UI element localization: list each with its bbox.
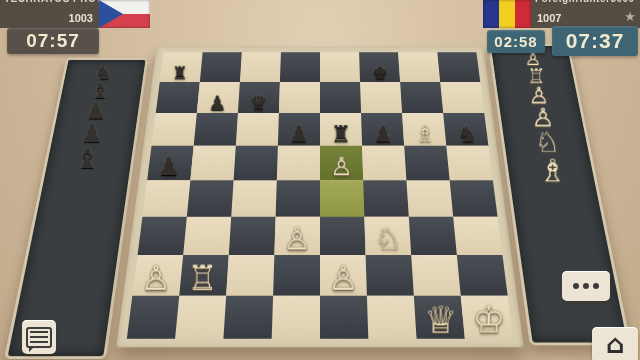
square-a7[interactable] xyxy=(156,82,200,113)
square-c6[interactable] xyxy=(236,113,279,146)
square-a5[interactable]: ♟ xyxy=(147,146,194,181)
piece-white-pawn[interactable]: ♙ xyxy=(320,155,363,180)
square-c1[interactable] xyxy=(223,296,273,339)
square-d6[interactable]: ♟ xyxy=(278,113,320,146)
square-a3[interactable] xyxy=(138,217,187,255)
square-b6[interactable] xyxy=(194,113,238,146)
more-options-button[interactable] xyxy=(562,271,610,301)
player-panel-left: TECHRATOS PROTO 1003 xyxy=(0,0,99,28)
square-h4[interactable] xyxy=(450,180,498,216)
chess-board: ♜♚♟♛♟♜♟♗♞♟♙♙♘♙♖♙♕♔ xyxy=(127,52,513,338)
piece-black-rook[interactable]: ♜ xyxy=(320,123,362,145)
square-c5[interactable] xyxy=(234,146,278,181)
square-d1[interactable] xyxy=(272,296,320,339)
player-rating-right: 1007 xyxy=(537,12,561,24)
piece-black-pawn[interactable]: ♟ xyxy=(278,123,320,145)
square-e8[interactable] xyxy=(320,52,360,82)
square-c4[interactable] xyxy=(231,180,277,216)
square-b1[interactable] xyxy=(175,296,226,339)
captured-white-bishop: ♗ xyxy=(539,155,567,186)
piece-white-rook[interactable]: ♖ xyxy=(179,261,226,295)
square-e6[interactable]: ♜ xyxy=(320,113,362,146)
player-name-left: TECHRATOS PROTO xyxy=(4,0,99,4)
piece-white-king[interactable]: ♔ xyxy=(465,301,513,338)
square-f8[interactable]: ♚ xyxy=(359,52,400,82)
square-e3[interactable] xyxy=(320,217,366,255)
square-a1[interactable] xyxy=(127,296,179,339)
square-a4[interactable] xyxy=(142,180,190,216)
piece-white-pawn[interactable]: ♙ xyxy=(133,261,180,295)
square-c8[interactable] xyxy=(240,52,281,82)
square-b7[interactable]: ♟ xyxy=(197,82,240,113)
square-h1[interactable]: ♔ xyxy=(461,296,513,339)
square-d8[interactable] xyxy=(280,52,320,82)
czech-flag-icon xyxy=(99,0,150,28)
table-3d: ♞♝♟♟♝ ♜♚♟♛♟♜♟♗♞♟♙♙♘♙♖♙♕♔ ♙♖♙♙♘♗ xyxy=(116,47,524,348)
square-d7[interactable] xyxy=(279,82,320,113)
square-g2[interactable] xyxy=(411,255,461,296)
white-main-clock: 07:57 xyxy=(7,28,99,54)
square-a8[interactable]: ♜ xyxy=(160,52,203,82)
square-b2[interactable]: ♖ xyxy=(179,255,229,296)
player-rating-left: 1003 xyxy=(69,12,93,24)
square-d5[interactable] xyxy=(277,146,320,181)
square-e5[interactable]: ♙ xyxy=(320,146,363,181)
chess-scene: ♞♝♟♟♝ ♜♚♟♛♟♜♟♗♞♟♙♙♘♙♖♙♕♔ ♙♖♙♙♘♗ xyxy=(0,0,640,360)
square-g1[interactable]: ♕ xyxy=(414,296,465,339)
square-c7[interactable]: ♛ xyxy=(238,82,280,113)
piece-black-queen[interactable]: ♛ xyxy=(238,93,279,113)
move-timer: 02:58 xyxy=(487,30,545,53)
piece-black-knight[interactable]: ♞ xyxy=(446,123,488,145)
square-e2[interactable]: ♙ xyxy=(320,255,367,296)
square-a2[interactable]: ♙ xyxy=(132,255,183,296)
square-h3[interactable] xyxy=(453,217,502,255)
square-g8[interactable] xyxy=(398,52,440,82)
square-f1[interactable] xyxy=(367,296,417,339)
square-b4[interactable] xyxy=(187,180,234,216)
piece-white-pawn[interactable]: ♙ xyxy=(274,224,320,255)
square-d4[interactable] xyxy=(276,180,320,216)
piece-white-queen[interactable]: ♕ xyxy=(416,301,464,338)
square-b5[interactable] xyxy=(190,146,235,181)
black-main-clock: 07:37 xyxy=(552,26,638,56)
square-g4[interactable] xyxy=(406,180,453,216)
square-e1[interactable] xyxy=(320,296,368,339)
chat-button[interactable] xyxy=(22,320,56,354)
square-f5[interactable] xyxy=(362,146,406,181)
romania-flag-icon xyxy=(483,0,531,28)
square-c3[interactable] xyxy=(229,217,276,255)
square-h5[interactable] xyxy=(446,146,493,181)
piece-black-king[interactable]: ♚ xyxy=(360,64,400,81)
square-g3[interactable] xyxy=(409,217,457,255)
more-options-icon xyxy=(583,283,589,289)
square-h7[interactable] xyxy=(440,82,484,113)
piece-white-bishop[interactable]: ♗ xyxy=(404,123,446,145)
home-button[interactable]: ⌂ xyxy=(592,327,638,360)
square-f6[interactable]: ♟ xyxy=(361,113,404,146)
player-name-right: ForeignHunter3000 xyxy=(535,0,640,4)
piece-white-knight[interactable]: ♘ xyxy=(366,224,412,255)
square-h6[interactable]: ♞ xyxy=(443,113,488,146)
square-e7[interactable] xyxy=(320,82,361,113)
player-panel-right: ForeignHunter3000 1007 ★ xyxy=(531,0,640,28)
star-icon: ★ xyxy=(624,9,636,24)
square-c2[interactable] xyxy=(226,255,274,296)
square-f2[interactable] xyxy=(366,255,414,296)
piece-black-pawn[interactable]: ♟ xyxy=(147,155,190,180)
square-b8[interactable] xyxy=(200,52,242,82)
home-icon: ⌂ xyxy=(606,331,625,357)
chat-icon xyxy=(26,327,52,348)
square-f7[interactable] xyxy=(360,82,402,113)
square-g5[interactable] xyxy=(404,146,449,181)
square-g6[interactable]: ♗ xyxy=(402,113,446,146)
square-h2[interactable] xyxy=(457,255,508,296)
piece-black-pawn[interactable]: ♟ xyxy=(197,93,238,113)
square-f4[interactable] xyxy=(363,180,409,216)
square-d3[interactable]: ♙ xyxy=(274,217,320,255)
square-e4[interactable] xyxy=(320,180,364,216)
square-b3[interactable] xyxy=(183,217,231,255)
app-background: { "game": "chess", "players": { "left": … xyxy=(0,0,640,360)
square-g7[interactable] xyxy=(400,82,443,113)
square-d2[interactable] xyxy=(273,255,320,296)
square-a6[interactable] xyxy=(152,113,197,146)
board-frame: ♜♚♟♛♟♜♟♗♞♟♙♙♘♙♖♙♕♔ xyxy=(116,47,524,348)
piece-white-pawn[interactable]: ♙ xyxy=(320,261,367,295)
square-f3[interactable]: ♘ xyxy=(364,217,411,255)
piece-black-pawn[interactable]: ♟ xyxy=(362,123,404,145)
piece-black-rook[interactable]: ♜ xyxy=(160,64,200,81)
captured-black-bishop: ♝ xyxy=(75,145,101,174)
square-h8[interactable] xyxy=(437,52,480,82)
